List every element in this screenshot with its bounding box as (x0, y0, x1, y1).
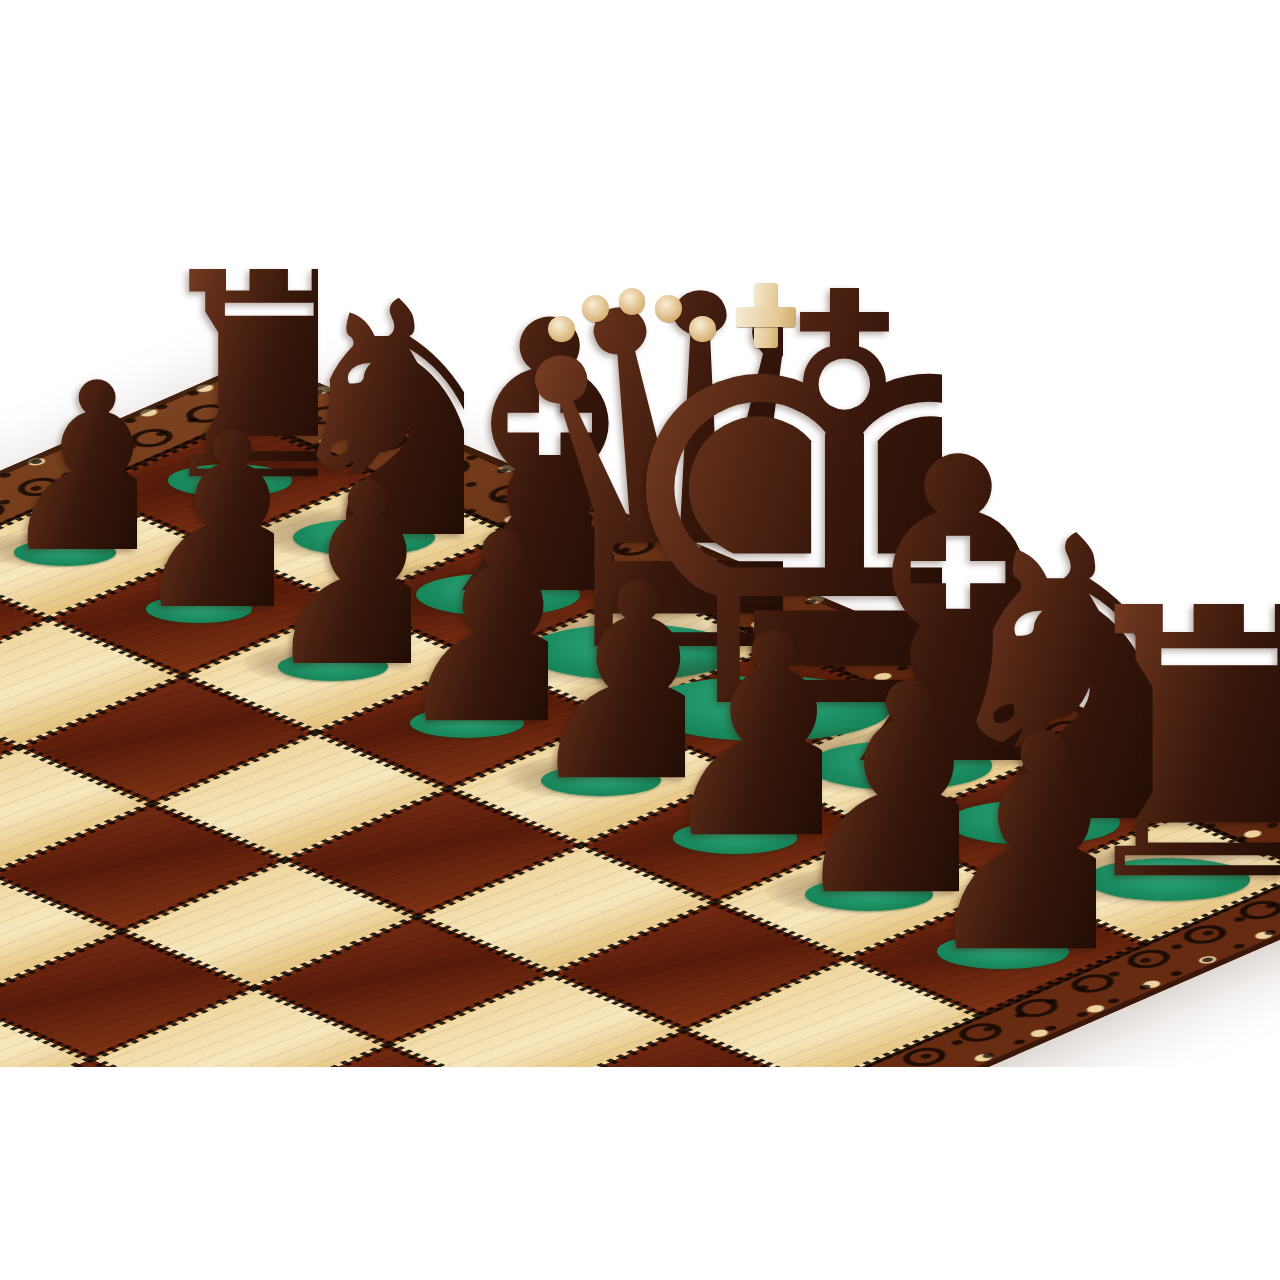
pawn-glyph: ♟ (910, 725, 1095, 964)
piece-black-pawn: ♟ (124, 426, 274, 620)
piece-black-pawn: ♟ (0, 376, 137, 562)
piece-black-pawn: ♟ (910, 725, 1095, 964)
queen-crown-ball (548, 316, 575, 343)
product-photo: ♜♞♝♛♚♝♞♜♟♟♟♟♟♟♟♟ (0, 0, 1280, 1280)
pawn-glyph: ♟ (124, 426, 274, 620)
pawn-glyph: ♟ (0, 376, 137, 562)
photo-crop-mask (0, 1067, 1280, 1280)
king-cross-finial-bar (736, 307, 796, 327)
